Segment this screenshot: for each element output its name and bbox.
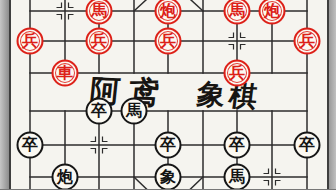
piece-black-soldier[interactable]: 卒: [17, 132, 44, 159]
piece-black-elephant[interactable]: 象: [155, 164, 182, 190]
piece-black-soldier[interactable]: 卒: [294, 132, 321, 159]
piece-red-soldier[interactable]: 兵: [294, 28, 321, 55]
piece-black-horse[interactable]: 馬: [224, 164, 251, 190]
xiangqi-app-screen: 阿鸢 象棋 馬炮馬炮兵兵兵兵車兵卒馬卒卒卒卒炮象馬: [0, 0, 336, 189]
piece-red-soldier[interactable]: 兵: [86, 28, 113, 55]
piece-black-soldier[interactable]: 卒: [224, 132, 251, 159]
piece-red-soldier[interactable]: 兵: [224, 60, 251, 87]
piece-black-soldier[interactable]: 卒: [155, 132, 182, 159]
piece-red-soldier[interactable]: 兵: [155, 28, 182, 55]
piece-red-soldier[interactable]: 兵: [17, 28, 44, 55]
piece-black-soldier[interactable]: 卒: [86, 98, 113, 125]
piece-black-horse[interactable]: 馬: [121, 98, 148, 125]
piece-black-cannon[interactable]: 炮: [52, 164, 79, 190]
piece-red-chariot[interactable]: 車: [52, 60, 79, 87]
watermark-river-right: 象棋: [195, 80, 262, 111]
